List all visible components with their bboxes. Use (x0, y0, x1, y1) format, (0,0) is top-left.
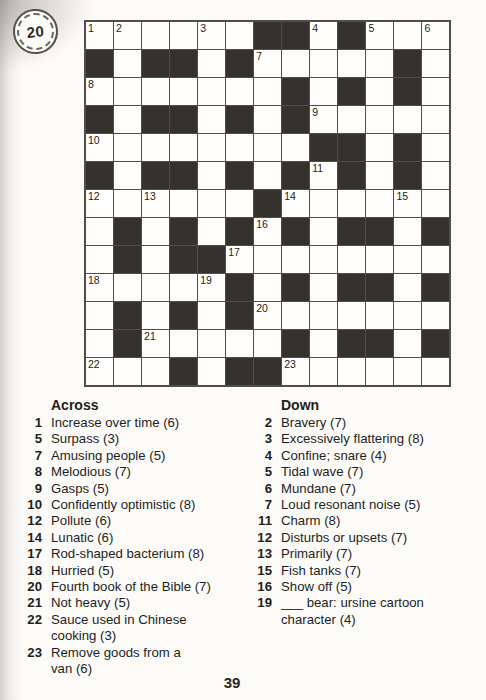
grid-cell[interactable] (226, 190, 253, 217)
block-cell (338, 274, 365, 301)
clue-text: Surpass (3) (42, 431, 227, 447)
grid-cell[interactable] (114, 274, 141, 301)
block-cell (422, 330, 449, 357)
clue-item: 11Charm (8) (246, 513, 461, 529)
grid-cell[interactable]: 5 (366, 22, 393, 49)
grid-cell[interactable] (142, 302, 169, 329)
block-cell (226, 218, 253, 245)
clue-text: Pollute (6) (42, 513, 227, 529)
clue-text: Fourth book of the Bible (7) (42, 579, 227, 595)
clue-item: 20Fourth book of the Bible (7) (25, 579, 230, 595)
block-cell (282, 22, 309, 49)
cell-number: 13 (144, 190, 156, 202)
grid-cell[interactable] (310, 190, 337, 217)
block-cell (366, 218, 393, 245)
grid-cell[interactable] (282, 134, 309, 161)
cell-number: 9 (312, 106, 318, 118)
block-cell (338, 78, 365, 105)
clue-number: 2 (246, 415, 272, 431)
grid-cell[interactable] (114, 358, 141, 385)
grid-cell[interactable] (338, 106, 365, 133)
block-cell (366, 274, 393, 301)
clue-number: 23 (25, 645, 42, 661)
crossword-grid: 1234567891011121314151617181920212223 (84, 20, 451, 387)
block-cell (170, 106, 197, 133)
clue-item: 1Increase over time (6) (25, 415, 230, 431)
down-clues-section: Down 2Bravery (7)3Excessively flattering… (246, 397, 461, 628)
block-cell (338, 330, 365, 357)
clue-text: Hurried (5) (42, 563, 227, 579)
clue-item: 9Gasps (5) (25, 481, 230, 497)
grid-cell[interactable] (394, 274, 421, 301)
block-cell (394, 78, 421, 105)
grid-cell[interactable] (142, 246, 169, 273)
grid-cell[interactable] (282, 246, 309, 273)
clue-text: Disturbs or upsets (7) (272, 530, 459, 546)
clue-item: 8Melodious (7) (25, 464, 230, 480)
grid-cell[interactable] (170, 190, 197, 217)
cell-number: 14 (284, 190, 296, 202)
cell-number: 16 (256, 218, 268, 230)
cell-number: 10 (88, 134, 100, 146)
cell-number: 7 (256, 50, 262, 62)
grid-cell[interactable] (226, 22, 253, 49)
grid-cell[interactable] (338, 190, 365, 217)
grid-cell[interactable]: 22 (86, 358, 113, 385)
grid-cell[interactable] (338, 358, 365, 385)
grid-cell[interactable] (310, 302, 337, 329)
grid-cell[interactable] (226, 134, 253, 161)
grid-cell[interactable] (86, 330, 113, 357)
clue-number: 12 (246, 530, 272, 546)
across-clues-section: Across 1Increase over time (6)5Surpass (… (25, 397, 230, 678)
clue-text: Confidently optimistic (8) (42, 497, 227, 513)
grid-cell[interactable]: 17 (226, 246, 253, 273)
grid-cell[interactable] (254, 78, 281, 105)
clue-text: Lunatic (6) (42, 530, 227, 546)
grid-cell[interactable] (394, 22, 421, 49)
block-cell (86, 162, 113, 189)
grid-cell[interactable] (86, 218, 113, 245)
clue-text: Loud resonant noise (5) (272, 497, 459, 513)
cell-number: 8 (88, 78, 94, 90)
grid-cell[interactable] (198, 218, 225, 245)
clue-number: 5 (246, 464, 272, 480)
clue-text: Show off (5) (272, 579, 459, 595)
grid-cell[interactable] (310, 330, 337, 357)
grid-cell[interactable] (310, 218, 337, 245)
block-cell (394, 162, 421, 189)
grid-cell[interactable] (422, 134, 449, 161)
clue-item: 2Bravery (7) (246, 415, 461, 431)
clue-text: Gasps (5) (42, 481, 227, 497)
block-cell (114, 218, 141, 245)
grid-cell[interactable] (226, 330, 253, 357)
block-cell (394, 134, 421, 161)
grid-cell[interactable] (142, 358, 169, 385)
across-clue-list: 1Increase over time (6)5Surpass (3)7Amus… (25, 415, 230, 678)
block-cell (282, 330, 309, 357)
block-cell (170, 218, 197, 245)
grid-cell[interactable]: 1 (86, 22, 113, 49)
grid-cell[interactable] (254, 246, 281, 273)
grid-cell[interactable]: 19 (198, 274, 225, 301)
grid-cell[interactable]: 10 (86, 134, 113, 161)
block-cell (86, 106, 113, 133)
clue-text: Not heavy (5) (42, 595, 227, 611)
grid-cell[interactable] (86, 246, 113, 273)
grid-cell[interactable]: 13 (142, 190, 169, 217)
grid-cell[interactable] (114, 78, 141, 105)
clue-number: 16 (246, 579, 272, 595)
grid-cell[interactable] (254, 330, 281, 357)
grid-cell[interactable]: 18 (86, 274, 113, 301)
grid-cell[interactable] (86, 302, 113, 329)
block-cell (226, 50, 253, 77)
grid-cell[interactable] (366, 246, 393, 273)
block-cell (282, 106, 309, 133)
grid-cell[interactable] (198, 190, 225, 217)
block-cell (254, 22, 281, 49)
grid-cell[interactable] (198, 162, 225, 189)
grid-cell[interactable]: 4 (310, 22, 337, 49)
clue-number: 5 (25, 431, 42, 447)
puzzle-number-badge: 20 (11, 7, 60, 56)
clue-number: 22 (25, 612, 42, 628)
grid-cell[interactable] (310, 78, 337, 105)
grid-cell[interactable] (142, 274, 169, 301)
clue-text: Excessively flattering (8) (272, 431, 459, 447)
clue-number: 4 (246, 448, 272, 464)
block-cell (142, 50, 169, 77)
grid-cell[interactable] (366, 106, 393, 133)
cell-number: 19 (200, 274, 212, 286)
clue-item: 12Pollute (6) (25, 513, 230, 529)
block-cell (338, 162, 365, 189)
grid-cell[interactable] (254, 134, 281, 161)
grid-cell[interactable] (114, 134, 141, 161)
grid-cell[interactable] (114, 162, 141, 189)
grid-cell[interactable] (394, 246, 421, 273)
clue-text: Melodious (7) (42, 464, 227, 480)
clue-text: Remove goods from a van (6) (42, 645, 227, 678)
block-cell (226, 274, 253, 301)
block-cell (254, 358, 281, 385)
clue-text: ___ bear: ursine cartoon character (4) (272, 595, 459, 628)
clue-item: 18Hurried (5) (25, 563, 230, 579)
grid-cell[interactable] (254, 274, 281, 301)
puzzle-page: 20 1234567891011121314151617181920212223… (0, 0, 486, 700)
block-cell (282, 78, 309, 105)
grid-cell[interactable] (142, 78, 169, 105)
cell-number: 11 (312, 162, 323, 174)
clue-text: Increase over time (6) (42, 415, 227, 431)
clue-item: 7Loud resonant noise (5) (246, 497, 461, 513)
grid-cell[interactable] (338, 246, 365, 273)
grid-cell[interactable] (310, 358, 337, 385)
puzzle-number: 20 (13, 9, 58, 54)
clue-item: 5Tidal wave (7) (246, 464, 461, 480)
grid-cell[interactable]: 6 (422, 22, 449, 49)
cell-number: 22 (88, 358, 100, 370)
grid-cell[interactable] (198, 106, 225, 133)
grid-cell[interactable]: 2 (114, 22, 141, 49)
grid-cell[interactable] (114, 190, 141, 217)
clue-text: Rod-shaped bacterium (8) (42, 546, 227, 562)
grid-cell[interactable] (198, 134, 225, 161)
block-cell (226, 358, 253, 385)
grid-cell[interactable] (422, 78, 449, 105)
clue-number: 19 (246, 595, 272, 611)
block-cell (338, 134, 365, 161)
clue-text: Fish tanks (7) (272, 563, 459, 579)
grid-cell[interactable] (366, 78, 393, 105)
clue-text: Sauce used in Chinese cooking (3) (42, 612, 227, 645)
grid-cell[interactable] (422, 190, 449, 217)
clue-text: Tidal wave (7) (272, 464, 459, 480)
clue-number: 12 (25, 513, 42, 529)
grid-cell[interactable] (310, 50, 337, 77)
grid-cell[interactable] (226, 78, 253, 105)
clue-item: 17Rod-shaped bacterium (8) (25, 546, 230, 562)
clue-number: 14 (25, 530, 42, 546)
clue-text: Charm (8) (272, 513, 459, 529)
grid-cell[interactable] (422, 50, 449, 77)
cell-number: 15 (396, 190, 408, 202)
clue-text: Primarily (7) (272, 546, 459, 562)
cell-number: 21 (144, 330, 156, 342)
cell-number: 20 (256, 302, 268, 314)
clue-number: 18 (25, 563, 42, 579)
cell-number: 17 (228, 246, 240, 258)
grid-cell[interactable] (394, 218, 421, 245)
block-cell (86, 50, 113, 77)
clue-item: 4Confine; snare (4) (246, 448, 461, 464)
block-cell (422, 274, 449, 301)
grid-cell[interactable] (170, 274, 197, 301)
grid-cell[interactable] (142, 134, 169, 161)
grid-cell[interactable] (198, 358, 225, 385)
clue-text: Confine; snare (4) (272, 448, 459, 464)
clue-number: 17 (25, 546, 42, 562)
grid-cell[interactable] (170, 134, 197, 161)
grid-cell[interactable] (198, 50, 225, 77)
grid-cell[interactable]: 21 (142, 330, 169, 357)
cell-number: 2 (116, 22, 122, 34)
grid-cell[interactable] (394, 358, 421, 385)
grid-cell[interactable] (114, 50, 141, 77)
clue-number: 10 (25, 497, 42, 513)
block-cell (114, 302, 141, 329)
cell-number: 4 (312, 22, 318, 34)
grid-cell[interactable] (422, 358, 449, 385)
grid-cell[interactable] (254, 106, 281, 133)
block-cell (366, 330, 393, 357)
grid-cell[interactable]: 23 (282, 358, 309, 385)
block-cell (394, 50, 421, 77)
grid-cell[interactable] (310, 274, 337, 301)
grid-cell[interactable]: 7 (254, 50, 281, 77)
clue-item: 10Confidently optimistic (8) (25, 497, 230, 513)
grid-cell[interactable] (198, 330, 225, 357)
grid-cell[interactable] (170, 330, 197, 357)
grid-cell[interactable] (310, 246, 337, 273)
clue-number: 7 (25, 448, 42, 464)
clue-item: 14Lunatic (6) (25, 530, 230, 546)
block-cell (114, 330, 141, 357)
down-clue-list: 2Bravery (7)3Excessively flattering (8)4… (246, 415, 461, 628)
grid-cell[interactable]: 9 (310, 106, 337, 133)
grid-cell[interactable] (198, 302, 225, 329)
grid-cell[interactable] (366, 358, 393, 385)
grid-cell[interactable] (366, 302, 393, 329)
grid-cell[interactable] (142, 218, 169, 245)
grid-cell[interactable]: 14 (282, 190, 309, 217)
clue-item: 19___ bear: ursine cartoon character (4) (246, 595, 461, 628)
grid-cell[interactable] (170, 78, 197, 105)
clue-number: 21 (25, 595, 42, 611)
cell-number: 5 (368, 22, 374, 34)
clue-item: 21Not heavy (5) (25, 595, 230, 611)
grid-cell[interactable]: 20 (254, 302, 281, 329)
clue-text: Bravery (7) (272, 415, 459, 431)
clue-number: 8 (25, 464, 42, 480)
cell-number: 1 (88, 22, 94, 34)
clue-number: 3 (246, 431, 272, 447)
block-cell (198, 246, 225, 273)
clue-item: 12Disturbs or upsets (7) (246, 530, 461, 546)
clue-number: 11 (246, 513, 272, 529)
clue-number: 20 (25, 579, 42, 595)
clue-number: 6 (246, 481, 272, 497)
grid-cell[interactable] (142, 22, 169, 49)
grid-cell[interactable] (282, 302, 309, 329)
clue-item: 15Fish tanks (7) (246, 563, 461, 579)
clue-item: 23Remove goods from a van (6) (25, 645, 230, 678)
grid-cell[interactable]: 3 (198, 22, 225, 49)
cell-number: 23 (284, 358, 296, 370)
block-cell (226, 106, 253, 133)
clue-number: 15 (246, 563, 272, 579)
block-cell (310, 134, 337, 161)
grid-cell[interactable] (422, 162, 449, 189)
cell-number: 18 (88, 274, 100, 286)
grid-cell[interactable]: 15 (394, 190, 421, 217)
grid-cell[interactable]: 16 (254, 218, 281, 245)
block-cell (142, 106, 169, 133)
grid-cell[interactable] (422, 246, 449, 273)
cell-number: 6 (424, 22, 430, 34)
block-cell (142, 162, 169, 189)
clue-text: Mundane (7) (272, 481, 459, 497)
clue-text: Amusing people (5) (42, 448, 227, 464)
grid-cell[interactable] (394, 106, 421, 133)
grid-cell[interactable]: 11 (310, 162, 337, 189)
across-header: Across (51, 397, 230, 413)
block-cell (282, 274, 309, 301)
clue-number: 1 (25, 415, 42, 431)
cell-number: 3 (200, 22, 206, 34)
clue-number: 9 (25, 481, 42, 497)
grid-cell[interactable] (198, 78, 225, 105)
grid-cell[interactable] (170, 22, 197, 49)
grid-cell[interactable] (366, 50, 393, 77)
page-number: 39 (0, 674, 475, 691)
block-cell (170, 50, 197, 77)
block-cell (170, 358, 197, 385)
grid-cell[interactable] (282, 50, 309, 77)
grid-cell[interactable] (366, 162, 393, 189)
grid-cell[interactable] (422, 302, 449, 329)
clue-number: 13 (246, 546, 272, 562)
clue-item: 22Sauce used in Chinese cooking (3) (25, 612, 230, 645)
clue-item: 3Excessively flattering (8) (246, 431, 461, 447)
block-cell (226, 162, 253, 189)
block-cell (422, 218, 449, 245)
grid-cell[interactable] (422, 106, 449, 133)
clue-item: 6Mundane (7) (246, 481, 461, 497)
grid-cell[interactable]: 8 (86, 78, 113, 105)
block-cell (254, 190, 281, 217)
grid-cell[interactable] (338, 302, 365, 329)
cell-number: 12 (88, 190, 100, 202)
grid-cell[interactable] (254, 162, 281, 189)
block-cell (170, 162, 197, 189)
grid-cell[interactable] (394, 302, 421, 329)
clue-number: 7 (246, 497, 272, 513)
down-header: Down (281, 397, 461, 413)
block-cell (338, 22, 365, 49)
clue-item: 16Show off (5) (246, 579, 461, 595)
clue-item: 7Amusing people (5) (25, 448, 230, 464)
grid-cell[interactable] (366, 134, 393, 161)
clue-item: 13Primarily (7) (246, 546, 461, 562)
block-cell (338, 218, 365, 245)
block-cell (170, 302, 197, 329)
block-cell (282, 218, 309, 245)
block-cell (226, 302, 253, 329)
grid-cell[interactable] (394, 330, 421, 357)
block-cell (170, 246, 197, 273)
grid-cell[interactable]: 12 (86, 190, 113, 217)
block-cell (114, 246, 141, 273)
clue-item: 5Surpass (3) (25, 431, 230, 447)
grid-cell[interactable] (338, 50, 365, 77)
grid-cell[interactable] (366, 190, 393, 217)
grid-cell[interactable] (114, 106, 141, 133)
block-cell (282, 162, 309, 189)
